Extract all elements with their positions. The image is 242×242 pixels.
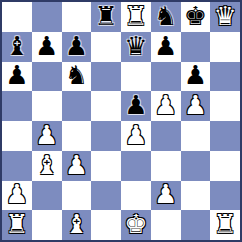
square-a2[interactable]: ♟ bbox=[2, 181, 32, 211]
piece-black-knight[interactable]: ♞ bbox=[65, 62, 88, 88]
square-h3[interactable] bbox=[210, 151, 240, 181]
piece-black-rook[interactable]: ♜ bbox=[94, 3, 117, 29]
square-c7[interactable]: ♟ bbox=[62, 32, 92, 62]
square-a7[interactable]: ♝ bbox=[2, 32, 32, 62]
square-c3[interactable]: ♟ bbox=[62, 151, 92, 181]
piece-white-bishop[interactable]: ♝ bbox=[35, 152, 58, 178]
square-g2[interactable] bbox=[181, 181, 211, 211]
square-e6[interactable] bbox=[121, 62, 151, 92]
square-a1[interactable]: ♜ bbox=[2, 210, 32, 240]
square-d5[interactable] bbox=[91, 91, 121, 121]
square-h1[interactable]: ♜ bbox=[210, 210, 240, 240]
square-b6[interactable] bbox=[32, 62, 62, 92]
square-a4[interactable] bbox=[2, 121, 32, 151]
square-f2[interactable]: ♟ bbox=[151, 181, 181, 211]
square-h2[interactable] bbox=[210, 181, 240, 211]
square-c1[interactable]: ♝ bbox=[62, 210, 92, 240]
square-g3[interactable] bbox=[181, 151, 211, 181]
square-g6[interactable]: ♟ bbox=[181, 62, 211, 92]
piece-black-pawn[interactable]: ♟ bbox=[184, 62, 207, 88]
piece-white-pawn[interactable]: ♟ bbox=[65, 152, 88, 178]
square-e8[interactable]: ♜ bbox=[121, 2, 151, 32]
piece-black-bishop[interactable]: ♝ bbox=[5, 33, 28, 59]
piece-black-pawn[interactable]: ♟ bbox=[5, 62, 28, 88]
chess-board: ♜♜♞♚♛♝♟♟♛♟♟♞♟♟♟♟♟♟♝♟♟♟♜♝♚♜ bbox=[0, 0, 242, 242]
square-b2[interactable] bbox=[32, 181, 62, 211]
square-a6[interactable]: ♟ bbox=[2, 62, 32, 92]
square-f6[interactable] bbox=[151, 62, 181, 92]
square-g8[interactable]: ♚ bbox=[181, 2, 211, 32]
square-d4[interactable] bbox=[91, 121, 121, 151]
square-h4[interactable] bbox=[210, 121, 240, 151]
square-g4[interactable] bbox=[181, 121, 211, 151]
piece-white-rook[interactable]: ♜ bbox=[124, 3, 147, 29]
piece-black-pawn[interactable]: ♟ bbox=[154, 33, 177, 59]
square-h8[interactable]: ♛ bbox=[210, 2, 240, 32]
square-d3[interactable] bbox=[91, 151, 121, 181]
piece-white-rook[interactable]: ♜ bbox=[5, 211, 28, 237]
square-c8[interactable] bbox=[62, 2, 92, 32]
square-a5[interactable] bbox=[2, 91, 32, 121]
square-b8[interactable] bbox=[32, 2, 62, 32]
piece-white-pawn[interactable]: ♟ bbox=[35, 122, 58, 148]
square-b3[interactable]: ♝ bbox=[32, 151, 62, 181]
square-f7[interactable]: ♟ bbox=[151, 32, 181, 62]
piece-black-queen[interactable]: ♛ bbox=[124, 33, 147, 59]
piece-white-pawn[interactable]: ♟ bbox=[5, 181, 28, 207]
square-e7[interactable]: ♛ bbox=[121, 32, 151, 62]
square-f8[interactable]: ♞ bbox=[151, 2, 181, 32]
square-h7[interactable] bbox=[210, 32, 240, 62]
piece-white-queen[interactable]: ♛ bbox=[213, 3, 236, 29]
square-g5[interactable]: ♟ bbox=[181, 91, 211, 121]
square-f4[interactable] bbox=[151, 121, 181, 151]
square-b5[interactable] bbox=[32, 91, 62, 121]
piece-white-bishop[interactable]: ♝ bbox=[65, 211, 88, 237]
square-d1[interactable] bbox=[91, 210, 121, 240]
square-e1[interactable]: ♚ bbox=[121, 210, 151, 240]
piece-black-pawn[interactable]: ♟ bbox=[124, 92, 147, 118]
square-d7[interactable] bbox=[91, 32, 121, 62]
square-a8[interactable] bbox=[2, 2, 32, 32]
square-a3[interactable] bbox=[2, 151, 32, 181]
piece-white-rook[interactable]: ♜ bbox=[213, 211, 236, 237]
piece-black-king[interactable]: ♚ bbox=[184, 3, 207, 29]
square-d8[interactable]: ♜ bbox=[91, 2, 121, 32]
square-c2[interactable] bbox=[62, 181, 92, 211]
square-g7[interactable] bbox=[181, 32, 211, 62]
piece-black-pawn[interactable]: ♟ bbox=[35, 33, 58, 59]
square-d2[interactable] bbox=[91, 181, 121, 211]
chess-board-area: ♜♜♞♚♛♝♟♟♛♟♟♞♟♟♟♟♟♟♝♟♟♟♜♝♚♜ bbox=[0, 0, 242, 242]
piece-black-knight[interactable]: ♞ bbox=[154, 3, 177, 29]
square-f1[interactable] bbox=[151, 210, 181, 240]
square-h5[interactable] bbox=[210, 91, 240, 121]
square-b4[interactable]: ♟ bbox=[32, 121, 62, 151]
square-h6[interactable] bbox=[210, 62, 240, 92]
square-b7[interactable]: ♟ bbox=[32, 32, 62, 62]
square-b1[interactable] bbox=[32, 210, 62, 240]
square-e2[interactable] bbox=[121, 181, 151, 211]
square-e4[interactable]: ♟ bbox=[121, 121, 151, 151]
piece-black-pawn[interactable]: ♟ bbox=[65, 33, 88, 59]
piece-white-pawn[interactable]: ♟ bbox=[124, 122, 147, 148]
piece-white-pawn[interactable]: ♟ bbox=[184, 92, 207, 118]
square-d6[interactable] bbox=[91, 62, 121, 92]
square-e3[interactable] bbox=[121, 151, 151, 181]
square-e5[interactable]: ♟ bbox=[121, 91, 151, 121]
square-g1[interactable] bbox=[181, 210, 211, 240]
piece-white-pawn[interactable]: ♟ bbox=[154, 181, 177, 207]
square-c4[interactable] bbox=[62, 121, 92, 151]
square-f5[interactable]: ♟ bbox=[151, 91, 181, 121]
square-f3[interactable] bbox=[151, 151, 181, 181]
piece-white-king[interactable]: ♚ bbox=[124, 211, 147, 237]
square-c5[interactable] bbox=[62, 91, 92, 121]
piece-white-pawn[interactable]: ♟ bbox=[154, 92, 177, 118]
square-c6[interactable]: ♞ bbox=[62, 62, 92, 92]
